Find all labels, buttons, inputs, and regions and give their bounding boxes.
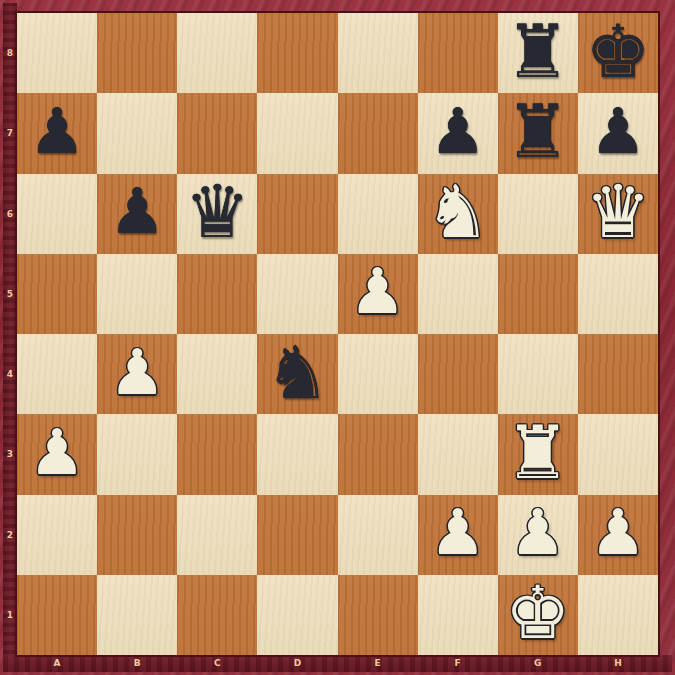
square-e8[interactable] [338,13,418,93]
square-g1[interactable]: ♚ [498,575,578,655]
square-d8[interactable] [257,13,337,93]
square-h2[interactable]: ♟ [578,495,658,575]
square-e6[interactable] [338,174,418,254]
white-knight[interactable]: ♞ [425,175,490,248]
square-a8[interactable] [17,13,97,93]
square-b3[interactable] [97,414,177,494]
black-king[interactable]: ♚ [585,15,650,88]
square-c7[interactable] [177,93,257,173]
square-b4[interactable]: ♟ [97,334,177,414]
square-b8[interactable] [97,13,177,93]
square-a2[interactable] [17,495,97,575]
square-h1[interactable] [578,575,658,655]
black-pawn[interactable]: ♟ [590,100,646,163]
square-c6[interactable]: ♛ [177,174,257,254]
square-d3[interactable] [257,414,337,494]
square-e3[interactable] [338,414,418,494]
file-label-g: G [534,658,541,668]
white-pawn[interactable]: ♟ [29,421,85,484]
chess-board: ♜♚♟♟♜♟♟♛♞♛♟♟♞♟♜♟♟♟♚ [17,13,658,655]
square-f3[interactable] [418,414,498,494]
white-pawn[interactable]: ♟ [109,341,165,404]
square-a5[interactable] [17,254,97,334]
square-c4[interactable] [177,334,257,414]
square-f8[interactable] [418,13,498,93]
square-c1[interactable] [177,575,257,655]
rank-label-8: 8 [3,48,17,58]
white-pawn[interactable]: ♟ [429,501,485,564]
white-king[interactable]: ♚ [505,576,570,649]
file-coordinate-strip: ABCDEFGH [3,655,672,672]
square-e4[interactable] [338,334,418,414]
square-c8[interactable] [177,13,257,93]
rank-label-1: 1 [3,610,17,620]
rank-label-2: 2 [3,530,17,540]
square-f6[interactable]: ♞ [418,174,498,254]
square-b6[interactable]: ♟ [97,174,177,254]
black-pawn[interactable]: ♟ [109,180,165,243]
square-g8[interactable]: ♜ [498,13,578,93]
square-h6[interactable]: ♛ [578,174,658,254]
black-pawn[interactable]: ♟ [429,100,485,163]
square-f1[interactable] [418,575,498,655]
rank-label-5: 5 [3,289,17,299]
white-pawn[interactable]: ♟ [349,260,405,323]
square-d7[interactable] [257,93,337,173]
square-g6[interactable] [498,174,578,254]
square-h4[interactable] [578,334,658,414]
square-h3[interactable] [578,414,658,494]
white-rook[interactable]: ♜ [505,416,570,489]
square-f7[interactable]: ♟ [418,93,498,173]
square-b1[interactable] [97,575,177,655]
white-pawn[interactable]: ♟ [510,501,566,564]
square-h5[interactable] [578,254,658,334]
file-label-h: H [614,658,622,668]
rank-label-4: 4 [3,369,17,379]
file-label-a: A [54,658,61,668]
square-g4[interactable] [498,334,578,414]
white-queen[interactable]: ♛ [585,175,650,248]
square-c2[interactable] [177,495,257,575]
rank-label-3: 3 [3,449,17,459]
square-g5[interactable] [498,254,578,334]
file-label-d: D [294,658,301,668]
square-a4[interactable] [17,334,97,414]
square-a3[interactable]: ♟ [17,414,97,494]
square-g2[interactable]: ♟ [498,495,578,575]
square-g3[interactable]: ♜ [498,414,578,494]
file-label-b: B [134,658,141,668]
square-f2[interactable]: ♟ [418,495,498,575]
square-d5[interactable] [257,254,337,334]
square-a1[interactable] [17,575,97,655]
file-label-f: F [455,658,461,668]
square-g7[interactable]: ♜ [498,93,578,173]
square-e7[interactable] [338,93,418,173]
square-e5[interactable]: ♟ [338,254,418,334]
square-h7[interactable]: ♟ [578,93,658,173]
square-d6[interactable] [257,174,337,254]
rank-label-6: 6 [3,209,17,219]
black-rook[interactable]: ♜ [505,15,570,88]
black-queen[interactable]: ♛ [185,175,250,248]
white-pawn[interactable]: ♟ [590,501,646,564]
square-c5[interactable] [177,254,257,334]
square-d4[interactable]: ♞ [257,334,337,414]
square-h8[interactable]: ♚ [578,13,658,93]
file-label-c: C [214,658,221,668]
square-a7[interactable]: ♟ [17,93,97,173]
square-d2[interactable] [257,495,337,575]
square-b2[interactable] [97,495,177,575]
black-pawn[interactable]: ♟ [29,100,85,163]
square-b5[interactable] [97,254,177,334]
square-a6[interactable] [17,174,97,254]
rank-label-7: 7 [3,128,17,138]
square-f5[interactable] [418,254,498,334]
square-e1[interactable] [338,575,418,655]
file-label-e: E [374,658,380,668]
black-rook[interactable]: ♜ [505,95,570,168]
square-c3[interactable] [177,414,257,494]
square-d1[interactable] [257,575,337,655]
square-b7[interactable] [97,93,177,173]
square-e2[interactable] [338,495,418,575]
black-knight[interactable]: ♞ [265,336,330,409]
square-f4[interactable] [418,334,498,414]
rank-coordinate-strip: 87654321 [3,3,17,672]
